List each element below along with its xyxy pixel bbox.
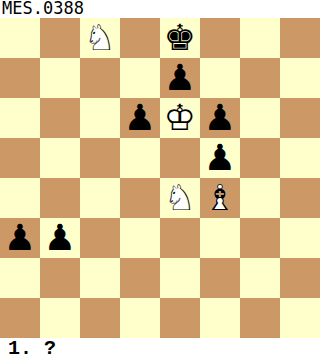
square-e7[interactable]: ♟ — [160, 58, 200, 98]
square-b8[interactable] — [40, 18, 80, 58]
square-e1[interactable] — [160, 298, 200, 338]
piece-black-pawn[interactable]: ♟ — [0, 218, 40, 258]
square-d3[interactable] — [120, 218, 160, 258]
square-c6[interactable] — [80, 98, 120, 138]
square-d4[interactable] — [120, 178, 160, 218]
square-g5[interactable] — [240, 138, 280, 178]
square-a5[interactable] — [0, 138, 40, 178]
square-e2[interactable] — [160, 258, 200, 298]
square-b4[interactable] — [40, 178, 80, 218]
square-a7[interactable] — [0, 58, 40, 98]
piece-black-pawn[interactable]: ♟ — [160, 58, 200, 98]
piece-black-pawn[interactable]: ♟ — [200, 98, 240, 138]
piece-outline-layer: ♘ — [160, 178, 200, 218]
square-e6[interactable]: ♚♔ — [160, 98, 200, 138]
square-e5[interactable] — [160, 138, 200, 178]
square-h4[interactable] — [280, 178, 320, 218]
square-c5[interactable] — [80, 138, 120, 178]
square-h8[interactable] — [280, 18, 320, 58]
square-b3[interactable]: ♟ — [40, 218, 80, 258]
square-g3[interactable] — [240, 218, 280, 258]
square-a8[interactable] — [0, 18, 40, 58]
diagram-title: MES.0388 — [0, 0, 320, 18]
square-d1[interactable] — [120, 298, 160, 338]
square-c8[interactable]: ♞♘ — [80, 18, 120, 58]
move-prompt: 1. ? — [0, 338, 320, 360]
square-e4[interactable]: ♞♘ — [160, 178, 200, 218]
square-g4[interactable] — [240, 178, 280, 218]
square-e3[interactable] — [160, 218, 200, 258]
square-h6[interactable] — [280, 98, 320, 138]
square-g1[interactable] — [240, 298, 280, 338]
piece-outline-layer: ♘ — [80, 18, 120, 58]
square-d8[interactable] — [120, 18, 160, 58]
square-f7[interactable] — [200, 58, 240, 98]
square-g6[interactable] — [240, 98, 280, 138]
piece-white-king[interactable]: ♚♔ — [160, 98, 200, 138]
square-a1[interactable] — [0, 298, 40, 338]
square-h2[interactable] — [280, 258, 320, 298]
square-h3[interactable] — [280, 218, 320, 258]
square-c7[interactable] — [80, 58, 120, 98]
square-f8[interactable] — [200, 18, 240, 58]
square-a2[interactable] — [0, 258, 40, 298]
square-f3[interactable] — [200, 218, 240, 258]
piece-black-pawn[interactable]: ♟ — [40, 218, 80, 258]
square-h1[interactable] — [280, 298, 320, 338]
square-d6[interactable]: ♟ — [120, 98, 160, 138]
square-c2[interactable] — [80, 258, 120, 298]
square-d5[interactable] — [120, 138, 160, 178]
square-b5[interactable] — [40, 138, 80, 178]
square-b6[interactable] — [40, 98, 80, 138]
square-c3[interactable] — [80, 218, 120, 258]
square-f5[interactable]: ♟ — [200, 138, 240, 178]
square-d7[interactable] — [120, 58, 160, 98]
square-g2[interactable] — [240, 258, 280, 298]
piece-white-bishop[interactable]: ♝♗ — [200, 178, 240, 218]
piece-outline-layer: ♗ — [200, 178, 240, 218]
square-f4[interactable]: ♝♗ — [200, 178, 240, 218]
square-a3[interactable]: ♟ — [0, 218, 40, 258]
square-g8[interactable] — [240, 18, 280, 58]
piece-white-knight[interactable]: ♞♘ — [80, 18, 120, 58]
square-f6[interactable]: ♟ — [200, 98, 240, 138]
square-g7[interactable] — [240, 58, 280, 98]
piece-black-pawn[interactable]: ♟ — [200, 138, 240, 178]
square-b2[interactable] — [40, 258, 80, 298]
square-a4[interactable] — [0, 178, 40, 218]
square-b7[interactable] — [40, 58, 80, 98]
square-h5[interactable] — [280, 138, 320, 178]
square-h7[interactable] — [280, 58, 320, 98]
piece-outline-layer: ♔ — [160, 98, 200, 138]
square-f2[interactable] — [200, 258, 240, 298]
piece-white-knight[interactable]: ♞♘ — [160, 178, 200, 218]
square-d2[interactable] — [120, 258, 160, 298]
square-c4[interactable] — [80, 178, 120, 218]
piece-black-king[interactable]: ♚ — [160, 18, 200, 58]
piece-black-pawn[interactable]: ♟ — [120, 98, 160, 138]
square-a6[interactable] — [0, 98, 40, 138]
square-c1[interactable] — [80, 298, 120, 338]
chess-diagram-page: MES.0388 ♞♘♚♟♟♚♔♟♟♞♘♝♗♟♟ 1. ? — [0, 0, 320, 360]
square-f1[interactable] — [200, 298, 240, 338]
square-b1[interactable] — [40, 298, 80, 338]
chess-board: ♞♘♚♟♟♚♔♟♟♞♘♝♗♟♟ — [0, 18, 320, 338]
square-e8[interactable]: ♚ — [160, 18, 200, 58]
